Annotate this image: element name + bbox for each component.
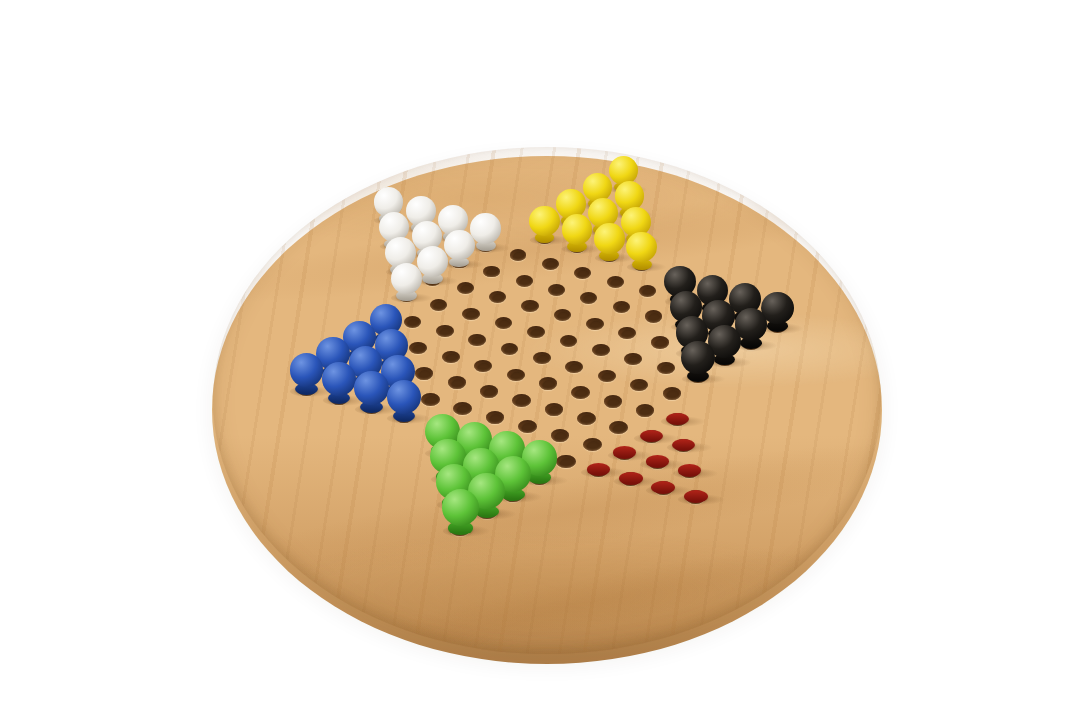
- peg-red[interactable]: [613, 441, 649, 485]
- peg-yellow[interactable]: [529, 206, 559, 243]
- peg-yellow[interactable]: [594, 223, 625, 261]
- peg-green[interactable]: [442, 489, 479, 535]
- peg-white[interactable]: [444, 230, 475, 268]
- peg-blue[interactable]: [354, 371, 388, 413]
- peg-ball: [645, 450, 681, 486]
- peg-red[interactable]: [581, 432, 617, 476]
- peg-yellow[interactable]: [562, 214, 592, 251]
- peg-blue[interactable]: [387, 380, 421, 422]
- peg-ball: [613, 441, 649, 477]
- photo-scene: [0, 0, 1086, 724]
- peg-ball: [562, 214, 592, 244]
- peg-ball: [529, 206, 559, 236]
- peg-layer: [0, 0, 1086, 724]
- peg-yellow[interactable]: [626, 232, 657, 270]
- peg-ball: [391, 263, 423, 294]
- peg-ball: [444, 230, 475, 261]
- peg-ball: [678, 458, 714, 494]
- peg-ball: [594, 223, 625, 253]
- peg-blue[interactable]: [322, 362, 356, 404]
- peg-ball: [681, 341, 714, 374]
- peg-ball: [387, 380, 421, 414]
- peg-blue[interactable]: [290, 353, 324, 395]
- peg-ball: [470, 213, 500, 243]
- peg-black[interactable]: [681, 341, 714, 382]
- peg-white[interactable]: [470, 213, 500, 250]
- peg-red[interactable]: [678, 458, 714, 503]
- peg-white[interactable]: [391, 263, 423, 302]
- peg-ball: [626, 232, 657, 263]
- peg-ball: [290, 353, 324, 387]
- peg-ball: [354, 371, 388, 405]
- peg-ball: [581, 432, 617, 467]
- peg-ball: [442, 489, 479, 526]
- peg-red[interactable]: [645, 450, 681, 494]
- peg-ball: [322, 362, 356, 396]
